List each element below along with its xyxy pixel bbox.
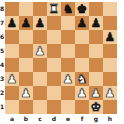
black-pawn[interactable]: ♟ [105,30,116,44]
white-pawn[interactable]: ♟ [77,86,88,100]
square-d6[interactable] [47,30,61,44]
square-d1[interactable] [47,100,61,114]
square-h2[interactable]: ♟ [103,86,117,100]
square-e4[interactable] [61,58,75,72]
square-b4[interactable] [19,58,33,72]
square-h4[interactable] [103,58,117,72]
square-d7[interactable] [47,16,61,30]
white-pawn[interactable]: ♟ [35,44,46,58]
file-label-d: d [47,114,61,124]
square-b3[interactable] [19,72,33,86]
square-d8[interactable]: ♜ [47,2,61,16]
black-king[interactable]: ♚ [77,2,88,16]
square-h1[interactable] [103,100,117,114]
file-label-h: h [103,114,117,124]
square-e8[interactable]: ♞ [61,2,75,16]
square-e3[interactable]: ♟ [61,72,75,86]
square-g4[interactable] [89,58,103,72]
square-e7[interactable] [61,16,75,30]
square-a8[interactable] [5,2,19,16]
square-a3[interactable]: ♟ [5,72,19,86]
white-knight[interactable]: ♞ [77,72,88,86]
square-b6[interactable] [19,30,33,44]
square-d3[interactable] [47,72,61,86]
square-h7[interactable] [103,16,117,30]
chess-diagram: 87654321 ♜♞♚♟♟♟♟♟♟♟♟♟♞♟♟♟♟♚ abcdefgh [0,0,124,124]
square-f5[interactable] [75,44,89,58]
square-g8[interactable] [89,2,103,16]
square-a6[interactable] [5,30,19,44]
file-label-c: c [33,114,47,124]
square-c7[interactable]: ♟ [33,16,47,30]
square-b7[interactable]: ♟ [19,16,33,30]
square-g2[interactable]: ♟ [89,86,103,100]
square-a2[interactable] [5,86,19,100]
black-pawn[interactable]: ♟ [77,16,88,30]
white-pawn[interactable]: ♟ [21,86,32,100]
square-c1[interactable] [33,100,47,114]
square-b5[interactable] [19,44,33,58]
file-labels: abcdefgh [5,114,117,124]
square-h6[interactable]: ♟ [103,30,117,44]
square-f2[interactable]: ♟ [75,86,89,100]
square-c4[interactable] [33,58,47,72]
file-label-f: f [75,114,89,124]
square-h3[interactable] [103,72,117,86]
square-a7[interactable]: ♟ [5,16,19,30]
square-f6[interactable] [75,30,89,44]
white-pawn[interactable]: ♟ [105,86,116,100]
file-label-g: g [89,114,103,124]
square-f3[interactable]: ♞ [75,72,89,86]
file-label-b: b [19,114,33,124]
black-pawn[interactable]: ♟ [7,16,18,30]
square-e5[interactable] [61,44,75,58]
square-d2[interactable] [47,86,61,100]
white-pawn[interactable]: ♟ [63,72,74,86]
square-g6[interactable] [89,30,103,44]
file-label-e: e [61,114,75,124]
square-g1[interactable]: ♚ [89,100,103,114]
square-e6[interactable] [61,30,75,44]
square-c2[interactable] [33,86,47,100]
white-pawn[interactable]: ♟ [7,72,18,86]
square-b2[interactable]: ♟ [19,86,33,100]
square-g3[interactable] [89,72,103,86]
square-f8[interactable]: ♚ [75,2,89,16]
square-h8[interactable] [103,2,117,16]
square-g5[interactable] [89,44,103,58]
square-e2[interactable] [61,86,75,100]
chess-board: ♜♞♚♟♟♟♟♟♟♟♟♟♞♟♟♟♟♚ [5,2,117,114]
square-c8[interactable] [33,2,47,16]
file-label-a: a [5,114,19,124]
white-king[interactable]: ♚ [91,100,102,114]
square-c3[interactable] [33,72,47,86]
black-pawn[interactable]: ♟ [21,16,32,30]
square-b1[interactable] [19,100,33,114]
square-c5[interactable]: ♟ [33,44,47,58]
square-f4[interactable] [75,58,89,72]
square-d5[interactable] [47,44,61,58]
white-rook[interactable]: ♜ [49,2,60,16]
square-f7[interactable]: ♟ [75,16,89,30]
black-knight[interactable]: ♞ [63,2,74,16]
square-g7[interactable]: ♟ [89,16,103,30]
square-e1[interactable] [61,100,75,114]
square-a4[interactable] [5,58,19,72]
square-a1[interactable] [5,100,19,114]
square-c6[interactable] [33,30,47,44]
square-b8[interactable] [19,2,33,16]
black-pawn[interactable]: ♟ [91,16,102,30]
square-d4[interactable] [47,58,61,72]
square-a5[interactable] [5,44,19,58]
black-pawn[interactable]: ♟ [35,16,46,30]
white-pawn[interactable]: ♟ [91,86,102,100]
square-h5[interactable] [103,44,117,58]
square-f1[interactable] [75,100,89,114]
